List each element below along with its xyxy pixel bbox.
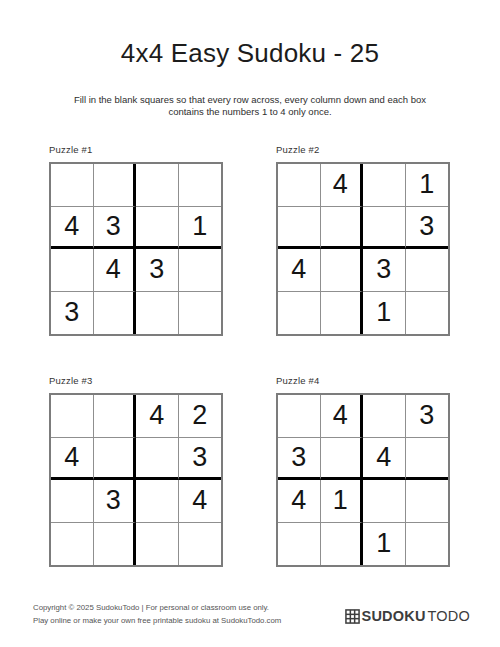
sudoku-board: 4 2 4 3 3 4 (49, 393, 223, 567)
footer-copyright: Copyright © 2025 SudokuTodo | For person… (33, 602, 281, 627)
sudoku-cell: 3 (94, 480, 137, 523)
sudoku-cell: 3 (94, 207, 137, 250)
sudoku-cell (51, 480, 94, 523)
sudoku-cell: 1 (179, 207, 222, 250)
sudoku-cell: 1 (363, 523, 406, 566)
worksheet-page: 4x4 Easy Sudoku - 25 Fill in the blank s… (0, 0, 500, 647)
sudoku-board: 4 1 3 4 3 1 (276, 162, 450, 336)
logo-text-secondary: TODO (428, 608, 470, 624)
sudoku-cell (406, 523, 449, 566)
sudoku-cell (94, 523, 137, 566)
sudoku-cell (94, 164, 137, 207)
sudoku-cell (179, 292, 222, 335)
grid-icon (345, 609, 360, 624)
sudoku-cell: 3 (363, 249, 406, 292)
sudoku-cell (363, 480, 406, 523)
sudoku-cell (278, 292, 321, 335)
sudoku-cell (51, 164, 94, 207)
sudoku-cell: 3 (179, 438, 222, 481)
sudoku-cell: 4 (94, 249, 137, 292)
sudoku-cell (406, 292, 449, 335)
puzzle-3: Puzzle #3 4 2 4 3 3 4 (49, 375, 223, 567)
sudoku-cell (136, 292, 179, 335)
puzzle-label: Puzzle #3 (49, 375, 223, 386)
sudoku-cell (136, 523, 179, 566)
puzzle-label: Puzzle #2 (276, 144, 450, 155)
sudoku-cell (179, 164, 222, 207)
sudoku-board: 4 3 1 4 3 3 (49, 162, 223, 336)
sudoku-cell (94, 395, 137, 438)
footer-line-1: Copyright © 2025 SudokuTodo | For person… (33, 602, 281, 615)
sudoku-cell (278, 207, 321, 250)
sudoku-cell (136, 207, 179, 250)
sudoku-cell: 4 (51, 207, 94, 250)
sudoku-cell (406, 438, 449, 481)
sudoku-cell (321, 292, 364, 335)
sudoku-cell: 3 (406, 395, 449, 438)
sudoku-board: 4 3 3 4 4 1 1 (276, 393, 450, 567)
sudoku-cell: 4 (179, 480, 222, 523)
sudoku-cell (51, 249, 94, 292)
sudoku-cell: 4 (321, 164, 364, 207)
sudoku-cell (321, 523, 364, 566)
sudoku-cell: 4 (363, 438, 406, 481)
sudoku-cell: 2 (179, 395, 222, 438)
sudoku-cell (406, 249, 449, 292)
puzzle-1: Puzzle #1 4 3 1 4 3 3 (49, 144, 223, 336)
sudoku-cell (94, 292, 137, 335)
sudoku-cell (321, 249, 364, 292)
logo-text-primary: SUDOKU (362, 608, 426, 624)
sudoku-cell (51, 395, 94, 438)
sudoku-cell (321, 207, 364, 250)
puzzle-4: Puzzle #4 4 3 3 4 4 1 1 (276, 375, 450, 567)
sudoku-cell: 4 (136, 395, 179, 438)
puzzle-label: Puzzle #4 (276, 375, 450, 386)
sudoku-cell: 4 (278, 249, 321, 292)
sudoku-cell (278, 164, 321, 207)
sudoku-cell: 3 (136, 249, 179, 292)
sudokutodo-logo: SUDOKUTODO (345, 608, 470, 624)
page-title: 4x4 Easy Sudoku - 25 (0, 38, 500, 69)
sudoku-cell (51, 523, 94, 566)
sudoku-cell: 3 (278, 438, 321, 481)
sudoku-cell (136, 438, 179, 481)
sudoku-cell (94, 438, 137, 481)
sudoku-cell: 3 (406, 207, 449, 250)
sudoku-cell (179, 523, 222, 566)
sudoku-cell (321, 438, 364, 481)
sudoku-cell: 1 (363, 292, 406, 335)
puzzle-label: Puzzle #1 (49, 144, 223, 155)
sudoku-cell (278, 523, 321, 566)
sudoku-cell: 4 (51, 438, 94, 481)
sudoku-cell (363, 395, 406, 438)
sudoku-cell (278, 395, 321, 438)
sudoku-cell: 3 (51, 292, 94, 335)
sudoku-cell: 4 (278, 480, 321, 523)
sudoku-cell (136, 164, 179, 207)
sudoku-cell (363, 164, 406, 207)
footer-line-2: Play online or make your own free printa… (33, 615, 281, 628)
sudoku-cell (363, 207, 406, 250)
sudoku-cell (136, 480, 179, 523)
sudoku-cell: 4 (321, 395, 364, 438)
sudoku-cell: 1 (321, 480, 364, 523)
sudoku-cell (179, 249, 222, 292)
sudoku-cell: 1 (406, 164, 449, 207)
puzzle-2: Puzzle #2 4 1 3 4 3 1 (276, 144, 450, 336)
sudoku-cell (406, 480, 449, 523)
instructions-text: Fill in the blank squares so that every … (65, 94, 435, 118)
